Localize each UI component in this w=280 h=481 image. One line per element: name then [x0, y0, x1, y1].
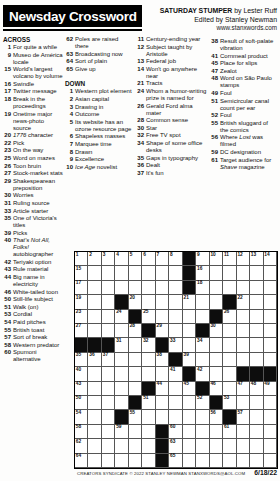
cell-r3c11[interactable] [210, 281, 223, 295]
cell-r3c8[interactable] [169, 281, 182, 295]
cell-r7c10[interactable]: 34 [196, 338, 209, 352]
clue-number: 47 [210, 68, 220, 75]
cell-r8c9[interactable]: 39 [183, 353, 196, 367]
cell-number: 10 [210, 252, 215, 257]
clue-across-22: 22Pick [3, 140, 63, 147]
clue-number: 6 [65, 133, 75, 140]
cell-r12c5[interactable]: 55 [129, 410, 142, 424]
cell-r12c14[interactable] [250, 410, 263, 424]
clue-number: 12 [136, 44, 146, 58]
cell-r10c3[interactable] [102, 382, 115, 396]
clue-text: Shapeless masses [75, 133, 133, 140]
clue-across-51: 51Walk (on) [3, 304, 63, 311]
cell-r10c7[interactable]: 44 [156, 382, 169, 396]
cell-r12c10[interactable] [196, 410, 209, 424]
cell-number: 32 [143, 338, 148, 343]
cell-r1c11[interactable]: 10 [210, 252, 223, 266]
cell-number: 17 [76, 280, 81, 285]
cell-r5c14[interactable] [250, 310, 263, 324]
cell-r11c8[interactable] [169, 396, 182, 410]
cell-r11c9[interactable] [183, 396, 196, 410]
clue-number: 16 [3, 81, 13, 88]
cell-r9c8[interactable]: 41 [169, 367, 182, 381]
cell-r10c6-black [142, 382, 155, 396]
cell-r15c11[interactable] [210, 454, 223, 468]
clue-down-24: 24Whom a humor-writing prize is named fo… [136, 88, 207, 102]
clue-across-58: 58Western predator [3, 342, 63, 349]
cell-r9c10[interactable]: 42 [196, 367, 209, 381]
cell-r8c15[interactable] [264, 353, 277, 367]
cell-r14c15[interactable] [264, 439, 277, 453]
cell-r13c13[interactable] [237, 425, 250, 439]
clue-number: 62 [65, 36, 75, 50]
cell-number: 54 [76, 410, 81, 415]
cell-r13c3[interactable] [102, 425, 115, 439]
cell-number: 31 [116, 338, 121, 343]
cell-r4c10[interactable] [196, 295, 209, 309]
cell-r5c3[interactable] [102, 310, 115, 324]
cell-r14c13[interactable] [237, 439, 250, 453]
clue-down-4: 4Outcome [65, 111, 133, 118]
cell-r13c6[interactable] [142, 425, 155, 439]
cell-r10c8[interactable] [169, 382, 182, 396]
cell-r13c15[interactable] [264, 425, 277, 439]
cell-r10c10-black [196, 382, 209, 396]
clue-text: Word on mazes [13, 155, 63, 162]
cell-r13c14[interactable] [250, 425, 263, 439]
cell-r1c3[interactable]: 3 [102, 252, 115, 266]
clue-text: Broadcasting now [75, 51, 133, 58]
cell-r2c13[interactable] [237, 266, 250, 280]
clue-text: Semicircular canal count per ear [220, 98, 278, 112]
cell-r6c9[interactable] [183, 324, 196, 338]
clue-number: 58 [3, 342, 13, 349]
cell-r1c14[interactable]: 13 [250, 252, 263, 266]
clue-text: Where Lost was filmed [220, 134, 278, 148]
cell-r15c9[interactable] [183, 454, 196, 468]
cell-number: 13 [251, 252, 256, 257]
cell-r5c8[interactable] [169, 310, 182, 324]
cell-r5c4[interactable]: 24 [115, 310, 128, 324]
clue-down-1: 1Western plot element [65, 88, 133, 95]
clue-number: 35 [3, 215, 13, 229]
cell-r3c6[interactable] [142, 281, 155, 295]
cell-r5c9[interactable] [183, 310, 196, 324]
cell-r12c6[interactable] [142, 410, 155, 424]
cell-r13c8[interactable]: 60 [169, 425, 182, 439]
cell-r4c13[interactable]: 22 [237, 295, 250, 309]
cell-r10c1[interactable]: 43 [75, 382, 88, 396]
cell-r6c14[interactable] [250, 324, 263, 338]
cell-r14c8[interactable]: 63 [169, 439, 182, 453]
cell-r7c6[interactable]: 32 [142, 338, 155, 352]
cell-r10c11[interactable]: 46 [210, 382, 223, 396]
cell-number: 46 [210, 381, 215, 386]
clue-text: Worries [13, 192, 63, 199]
cell-r13c12[interactable]: 61 [223, 425, 236, 439]
clue-down-32: 32Free TV spot [136, 132, 207, 139]
cell-r4c15[interactable] [264, 295, 277, 309]
clue-across-25: 25Word on mazes [3, 155, 63, 162]
cell-r14c1[interactable]: 62 [75, 439, 88, 453]
cell-number: 37 [103, 352, 108, 357]
cell-r6c11[interactable]: 30 [210, 324, 223, 338]
cell-r7c15[interactable] [264, 338, 277, 352]
cell-number: 20 [130, 295, 135, 300]
cell-r3c9-black [183, 281, 196, 295]
cell-r1c8[interactable]: 8 [169, 252, 182, 266]
cell-r1c2[interactable]: 2 [88, 252, 101, 266]
cell-r3c1[interactable]: 17 [75, 281, 88, 295]
cell-r3c5[interactable] [129, 281, 142, 295]
cell-r4c6[interactable] [142, 295, 155, 309]
cell-number: 1 [76, 252, 79, 257]
clue-text: Cornmeal product [220, 53, 278, 60]
clue-number: 37 [136, 170, 146, 177]
clue-text: Western plot element [75, 88, 133, 95]
cell-r3c2[interactable] [88, 281, 101, 295]
cell-number: 6 [143, 252, 146, 257]
crossword-page: Newsday Crossword SATURDAY STUMPER by Le… [0, 0, 280, 481]
masthead-title-text: Newsday Crossword [9, 9, 137, 24]
cell-r2c6[interactable] [142, 266, 155, 280]
cell-number: 33 [170, 338, 175, 343]
cell-r1c13[interactable]: 12 [237, 252, 250, 266]
cell-r10c2[interactable] [88, 382, 101, 396]
cell-r13c2[interactable] [88, 425, 101, 439]
cell-number: 45 [184, 381, 189, 386]
cell-r2c14[interactable] [250, 266, 263, 280]
cell-r3c3[interactable] [102, 281, 115, 295]
cell-r8c10[interactable] [196, 353, 209, 367]
cell-r4c8[interactable] [169, 295, 182, 309]
cell-r10c13[interactable]: 47 [237, 382, 250, 396]
cell-r15c3[interactable] [102, 454, 115, 468]
cell-r6c13[interactable] [237, 324, 250, 338]
cell-r6c12[interactable] [223, 324, 236, 338]
cell-r10c15[interactable]: 49 [264, 382, 277, 396]
cell-r5c1[interactable]: 23 [75, 310, 88, 324]
cell-r5c13[interactable] [237, 310, 250, 324]
cell-r15c12[interactable] [223, 454, 236, 468]
clue-text: Ruling source [13, 200, 63, 207]
cell-r13c9[interactable] [183, 425, 196, 439]
cell-r7c14[interactable] [250, 338, 263, 352]
cell-r4c2[interactable] [88, 295, 101, 309]
cell-r2c8[interactable] [169, 266, 182, 280]
cell-r5c2[interactable] [88, 310, 101, 324]
cell-r6c3[interactable] [102, 324, 115, 338]
cell-number: 42 [197, 367, 202, 372]
cell-r3c14[interactable] [250, 281, 263, 295]
clue-number: 24 [136, 88, 146, 102]
cell-number: 7 [157, 252, 160, 257]
cell-r14c4[interactable] [115, 439, 128, 453]
cell-r8c3[interactable]: 37 [102, 353, 115, 367]
cell-r15c8[interactable]: 65 [169, 454, 182, 468]
cell-r13c11[interactable] [210, 425, 223, 439]
cell-r5c12[interactable]: 26 [223, 310, 236, 324]
cell-number: 14 [264, 252, 269, 257]
cell-r4c1[interactable]: 19 [75, 295, 88, 309]
clue-number: 63 [65, 51, 75, 58]
cell-r7c1-black [75, 338, 88, 352]
clue-text: British sluggard of the comics [220, 120, 278, 134]
clue-number: 38 [210, 38, 220, 52]
clue-across-26: 26Toon bruin [3, 163, 63, 170]
cell-r1c4[interactable]: 4 [115, 252, 128, 266]
cell-r8c11[interactable] [210, 353, 223, 367]
cell-r12c8[interactable] [169, 410, 182, 424]
cell-number: 60 [170, 424, 175, 429]
clue-number: 39 [3, 230, 13, 237]
cell-r10c12[interactable] [223, 382, 236, 396]
clue-text: Result of soft-palate vibration [220, 38, 278, 52]
cell-r3c10[interactable]: 18 [196, 281, 209, 295]
cell-r6c15[interactable] [264, 324, 277, 338]
cell-r6c5[interactable]: 28 [129, 324, 142, 338]
cell-r10c9[interactable]: 45 [183, 382, 196, 396]
cell-r11c6[interactable]: 51 [142, 396, 155, 410]
cell-r8c13[interactable] [237, 353, 250, 367]
cell-r11c15[interactable] [264, 396, 277, 410]
cell-r15c14[interactable] [250, 454, 263, 468]
cell-r2c10[interactable]: 16 [196, 266, 209, 280]
clue-number: 20 [3, 132, 13, 139]
cell-r14c14[interactable] [250, 439, 263, 453]
clue-down-59: 59DC designation [210, 149, 278, 156]
cell-r10c14[interactable]: 48 [250, 382, 263, 396]
cell-r6c8[interactable] [169, 324, 182, 338]
cell-r5c10[interactable] [196, 310, 209, 324]
cell-r2c7[interactable] [156, 266, 169, 280]
cell-r11c3[interactable] [102, 396, 115, 410]
cell-r14c11[interactable] [210, 439, 223, 453]
cell-r8c1[interactable]: 35 [75, 353, 88, 367]
cell-r1c1[interactable]: 1 [75, 252, 88, 266]
cell-r12c15[interactable] [264, 410, 277, 424]
cell-r8c14[interactable] [250, 353, 263, 367]
cell-r9c13-black [237, 367, 250, 381]
cell-r1c5[interactable]: 5 [129, 252, 142, 266]
cell-r9c7[interactable] [156, 367, 169, 381]
cell-r2c11[interactable] [210, 266, 223, 280]
cell-r11c2[interactable] [88, 396, 101, 410]
cell-r1c6[interactable]: 6 [142, 252, 155, 266]
clue-text: Big name in electricity [13, 274, 63, 288]
clue-number: 25 [3, 155, 13, 162]
clue-across-53: 53Cordial [3, 311, 63, 318]
clue-text: Picks [13, 230, 63, 237]
cell-r1c7[interactable]: 7 [156, 252, 169, 266]
cell-r8c7[interactable]: 38 [156, 353, 169, 367]
cell-r8c2[interactable]: 36 [88, 353, 101, 367]
cell-r12c1[interactable]: 54 [75, 410, 88, 424]
cell-r11c1[interactable]: 50 [75, 396, 88, 410]
clue-across-42: 42Teriyaki option [3, 259, 63, 266]
cell-r14c5[interactable] [129, 439, 142, 453]
cell-number: 62 [76, 439, 81, 444]
cell-r13c5[interactable] [129, 425, 142, 439]
cell-r9c11[interactable] [210, 367, 223, 381]
clue-text: Dealt [146, 162, 207, 169]
cell-r8c12[interactable] [223, 353, 236, 367]
cell-r9c3[interactable] [102, 367, 115, 381]
cell-number: 49 [264, 381, 269, 386]
clue-across-19: 19Onetime major news-photo source [3, 111, 63, 132]
cell-r11c13[interactable] [237, 396, 250, 410]
cell-r14c2[interactable] [88, 439, 101, 453]
cell-r7c5[interactable] [129, 338, 142, 352]
cell-number: 59 [116, 424, 121, 429]
cell-r15c6[interactable] [142, 454, 155, 468]
cell-r1c10[interactable]: 9 [196, 252, 209, 266]
cell-r12c11[interactable]: 56 [210, 410, 223, 424]
cell-r14c3[interactable] [102, 439, 115, 453]
cell-r1c15[interactable]: 14 [264, 252, 277, 266]
cell-r15c15[interactable] [264, 454, 277, 468]
cell-r6c1[interactable]: 27 [75, 324, 88, 338]
clue-down-21: 21Tracts [136, 80, 207, 87]
cell-r3c13[interactable] [237, 281, 250, 295]
cell-r8c5[interactable] [129, 353, 142, 367]
clue-number: 46 [3, 289, 13, 296]
cell-r2c15[interactable] [264, 266, 277, 280]
cell-r13c1[interactable]: 58 [75, 425, 88, 439]
cell-number: 19 [76, 295, 81, 300]
cell-r6c4[interactable] [115, 324, 128, 338]
cell-r6c2[interactable] [88, 324, 101, 338]
cell-r9c6[interactable] [142, 367, 155, 381]
clue-across-27: 27Stock-market stats [3, 170, 63, 177]
clue-text: Stock-market stats [13, 170, 63, 177]
cell-r3c12[interactable] [223, 281, 236, 295]
cell-number: 4 [116, 252, 119, 257]
cell-r13c4[interactable]: 59 [115, 425, 128, 439]
cell-r9c5[interactable] [129, 367, 142, 381]
cell-r3c7[interactable] [156, 281, 169, 295]
cell-r4c9[interactable]: 21 [183, 295, 196, 309]
clue-text: Century-ending year [146, 36, 207, 43]
clue-number: 65 [65, 66, 75, 73]
cell-r14c9[interactable] [183, 439, 196, 453]
cell-r11c12[interactable]: 53 [223, 396, 236, 410]
cell-r2c1[interactable]: 15 [75, 266, 88, 280]
clue-column-down-mid: 11Century-ending year12Subject taught by… [136, 36, 207, 177]
cell-r10c4[interactable] [115, 382, 128, 396]
cell-r2c5[interactable] [129, 266, 142, 280]
cell-r4c5[interactable]: 20 [129, 295, 142, 309]
puzzle-date: 6/18/22 [254, 469, 277, 476]
cell-r8c6[interactable] [142, 353, 155, 367]
cell-r1c12[interactable]: 11 [223, 252, 236, 266]
clue-across-64: 64Sort of plain [65, 58, 133, 65]
cell-r2c12[interactable] [223, 266, 236, 280]
cell-r4c11[interactable] [210, 295, 223, 309]
cell-r9c4[interactable] [115, 367, 128, 381]
cell-r12c9[interactable] [183, 410, 196, 424]
cell-r7c12[interactable] [223, 338, 236, 352]
cell-r9c2[interactable] [88, 367, 101, 381]
cell-r12c7[interactable] [156, 410, 169, 424]
clue-text: Sort of break [13, 334, 63, 341]
cell-r13c10[interactable] [196, 425, 209, 439]
series-byline: SATURDAY STUMPER by Lester Ruff [160, 7, 277, 16]
clue-across-57: 57Sort of break [3, 334, 63, 341]
cell-r11c10[interactable]: 52 [196, 396, 209, 410]
cell-r14c12[interactable] [223, 439, 236, 453]
cell-r11c7[interactable] [156, 396, 169, 410]
clue-number: 53 [3, 311, 13, 318]
cell-r12c2[interactable] [88, 410, 101, 424]
clue-across-55: 55British toast [3, 327, 63, 334]
clue-down-51: 51Semicircular canal count per ear [210, 98, 278, 112]
cell-r7c8[interactable]: 33 [169, 338, 182, 352]
cell-r5c15[interactable] [264, 310, 277, 324]
clue-number: 14 [136, 66, 146, 80]
cell-r12c3[interactable] [102, 410, 115, 424]
cell-r4c14[interactable] [250, 295, 263, 309]
cell-number: 27 [76, 323, 81, 328]
cell-r11c4[interactable] [115, 396, 128, 410]
cell-r11c14[interactable] [250, 396, 263, 410]
clue-text: Gaps in typography [146, 155, 207, 162]
cell-r2c2[interactable] [88, 266, 101, 280]
clue-number: 26 [3, 163, 13, 170]
cell-r15c4[interactable] [115, 454, 128, 468]
cell-r7c9[interactable] [183, 338, 196, 352]
cell-r12c13[interactable]: 57 [237, 410, 250, 424]
cell-r4c7[interactable] [156, 295, 169, 309]
cell-r15c1[interactable]: 64 [75, 454, 88, 468]
cell-r9c12[interactable] [223, 367, 236, 381]
clue-down-49: 49Foul [210, 90, 278, 97]
cell-r6c7[interactable]: 29 [156, 324, 169, 338]
cell-r7c11[interactable] [210, 338, 223, 352]
cell-number: 53 [224, 395, 229, 400]
cell-r10c5[interactable] [129, 382, 142, 396]
cell-r4c3[interactable] [102, 295, 115, 309]
cell-r5c6[interactable]: 25 [142, 310, 155, 324]
clue-number: 44 [3, 274, 13, 288]
clue-number: 43 [3, 266, 13, 273]
clue-text: 1776 character [13, 132, 63, 139]
clue-down-45: 45Place for slips [210, 60, 278, 67]
clue-across-60: 60Spumoni alternative [3, 349, 63, 363]
clue-text: Excellence [75, 156, 133, 163]
cell-r8c4[interactable] [115, 353, 128, 367]
clue-text: Ice Age novelist [75, 164, 133, 171]
cell-r15c2[interactable] [88, 454, 101, 468]
cell-r2c3[interactable] [102, 266, 115, 280]
cell-r14c10[interactable] [196, 439, 209, 453]
cell-r3c4[interactable] [115, 281, 128, 295]
cell-r3c15[interactable] [264, 281, 277, 295]
cell-r15c5[interactable] [129, 454, 142, 468]
clue-across-30: 30Worries [3, 192, 63, 199]
cell-r15c10[interactable] [196, 454, 209, 468]
cell-r14c6[interactable] [142, 439, 155, 453]
cell-r9c1[interactable]: 40 [75, 367, 88, 381]
cell-r5c7[interactable] [156, 310, 169, 324]
cell-r15c13[interactable] [237, 454, 250, 468]
cell-r7c13[interactable] [237, 338, 250, 352]
clue-text: Break in the proceedings [13, 96, 63, 110]
clue-text: Give up [75, 66, 133, 73]
cell-r2c4[interactable] [115, 266, 128, 280]
clue-number: 54 [3, 319, 13, 326]
cell-r7c4[interactable]: 31 [115, 338, 128, 352]
